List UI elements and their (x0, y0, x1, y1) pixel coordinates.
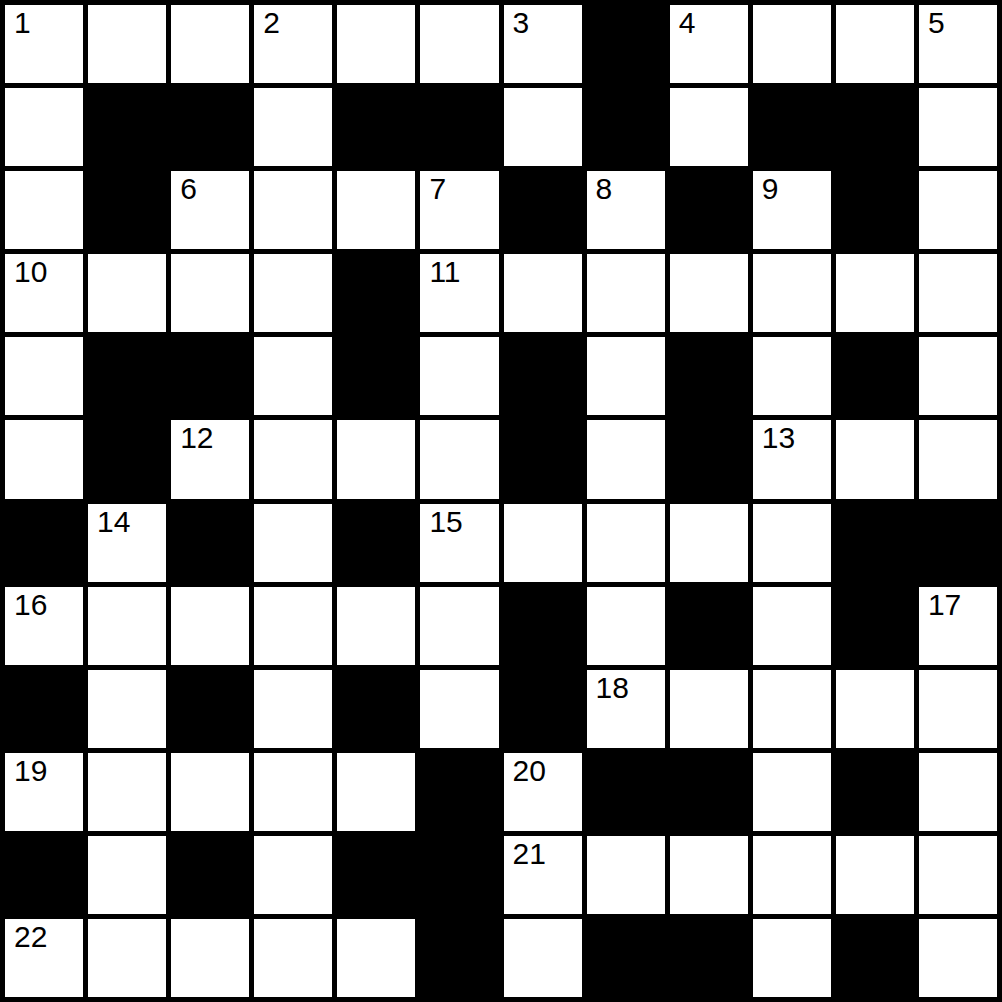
white-cell[interactable] (919, 88, 997, 166)
white-cell[interactable] (337, 919, 415, 997)
clue-number: 4 (679, 7, 696, 39)
black-cell (753, 88, 831, 166)
black-cell (337, 254, 415, 332)
white-cell[interactable] (504, 504, 582, 582)
black-cell (5, 670, 83, 748)
black-cell (670, 587, 748, 665)
white-cell[interactable]: 20 (504, 753, 582, 831)
crossword-grid: 12345678910111213141516171819202122 (0, 0, 1002, 1002)
black-cell (670, 753, 748, 831)
white-cell[interactable] (420, 5, 498, 83)
black-cell (836, 88, 914, 166)
white-cell[interactable] (836, 836, 914, 914)
black-cell (171, 670, 249, 748)
clue-number: 14 (97, 506, 130, 538)
black-cell (670, 919, 748, 997)
black-cell (171, 337, 249, 415)
white-cell[interactable] (88, 254, 166, 332)
black-cell (504, 670, 582, 748)
white-cell[interactable] (836, 254, 914, 332)
clue-number: 12 (180, 422, 213, 454)
white-cell[interactable] (587, 504, 665, 582)
white-cell[interactable] (254, 919, 332, 997)
white-cell[interactable] (254, 587, 332, 665)
white-cell[interactable] (88, 670, 166, 748)
white-cell[interactable] (171, 753, 249, 831)
white-cell[interactable] (88, 836, 166, 914)
clue-number: 19 (14, 755, 47, 787)
white-cell[interactable]: 2 (254, 5, 332, 83)
clue-number: 15 (429, 506, 462, 538)
white-cell[interactable] (254, 753, 332, 831)
white-cell[interactable] (171, 254, 249, 332)
white-cell[interactable] (836, 5, 914, 83)
clue-number: 7 (429, 173, 446, 205)
white-cell[interactable]: 18 (587, 670, 665, 748)
clue-number: 5 (928, 7, 945, 39)
white-cell[interactable] (420, 670, 498, 748)
white-cell[interactable] (88, 919, 166, 997)
white-cell[interactable] (337, 171, 415, 249)
black-cell (670, 420, 748, 498)
black-cell (337, 337, 415, 415)
white-cell[interactable] (171, 919, 249, 997)
white-cell[interactable] (587, 254, 665, 332)
white-cell[interactable] (753, 5, 831, 83)
white-cell[interactable] (254, 171, 332, 249)
white-cell[interactable] (171, 5, 249, 83)
white-cell[interactable] (587, 337, 665, 415)
white-cell[interactable] (587, 587, 665, 665)
black-cell (171, 88, 249, 166)
white-cell[interactable]: 11 (420, 254, 498, 332)
white-cell[interactable]: 9 (753, 171, 831, 249)
clue-number: 1 (14, 7, 31, 39)
black-cell (919, 504, 997, 582)
black-cell (420, 919, 498, 997)
white-cell[interactable] (753, 254, 831, 332)
white-cell[interactable] (919, 171, 997, 249)
white-cell[interactable] (753, 670, 831, 748)
clue-number: 6 (180, 173, 197, 205)
white-cell[interactable] (337, 420, 415, 498)
black-cell (171, 504, 249, 582)
white-cell[interactable] (254, 88, 332, 166)
white-cell[interactable]: 3 (504, 5, 582, 83)
black-cell (587, 753, 665, 831)
white-cell[interactable] (670, 670, 748, 748)
white-cell[interactable] (5, 88, 83, 166)
white-cell[interactable] (504, 919, 582, 997)
black-cell (88, 171, 166, 249)
clue-number: 17 (928, 589, 961, 621)
white-cell[interactable]: 6 (171, 171, 249, 249)
white-cell[interactable] (337, 753, 415, 831)
clue-number: 11 (429, 256, 460, 288)
white-cell[interactable] (254, 836, 332, 914)
clue-number: 20 (513, 755, 546, 787)
black-cell (836, 587, 914, 665)
black-cell (836, 337, 914, 415)
black-cell (587, 88, 665, 166)
white-cell[interactable]: 1 (5, 5, 83, 83)
black-cell (337, 504, 415, 582)
white-cell[interactable]: 5 (919, 5, 997, 83)
white-cell[interactable] (919, 836, 997, 914)
white-cell[interactable] (420, 337, 498, 415)
white-cell[interactable] (587, 836, 665, 914)
white-cell[interactable] (171, 587, 249, 665)
clue-number: 8 (596, 173, 613, 205)
white-cell[interactable] (753, 587, 831, 665)
white-cell[interactable] (670, 836, 748, 914)
white-cell[interactable] (919, 670, 997, 748)
white-cell[interactable]: 22 (5, 919, 83, 997)
black-cell (337, 836, 415, 914)
white-cell[interactable] (919, 753, 997, 831)
white-cell[interactable] (5, 337, 83, 415)
white-cell[interactable] (753, 337, 831, 415)
black-cell (420, 753, 498, 831)
white-cell[interactable]: 10 (5, 254, 83, 332)
white-cell[interactable]: 12 (171, 420, 249, 498)
black-cell (587, 919, 665, 997)
black-cell (171, 836, 249, 914)
white-cell[interactable] (919, 919, 997, 997)
white-cell[interactable]: 21 (504, 836, 582, 914)
white-cell[interactable] (587, 420, 665, 498)
black-cell (587, 5, 665, 83)
white-cell[interactable] (753, 504, 831, 582)
white-cell[interactable] (254, 254, 332, 332)
clue-number: 13 (762, 422, 795, 454)
white-cell[interactable]: 8 (587, 171, 665, 249)
white-cell[interactable] (753, 919, 831, 997)
clue-number: 16 (14, 589, 47, 621)
clue-number: 9 (762, 173, 779, 205)
black-cell (836, 504, 914, 582)
white-cell[interactable] (254, 504, 332, 582)
black-cell (836, 919, 914, 997)
white-cell[interactable]: 19 (5, 753, 83, 831)
clue-number: 2 (263, 7, 280, 39)
white-cell[interactable] (254, 337, 332, 415)
black-cell (5, 836, 83, 914)
white-cell[interactable]: 17 (919, 587, 997, 665)
white-cell[interactable] (504, 254, 582, 332)
black-cell (504, 420, 582, 498)
white-cell[interactable] (337, 587, 415, 665)
clue-number: 10 (14, 256, 47, 288)
white-cell[interactable] (420, 420, 498, 498)
black-cell (88, 420, 166, 498)
black-cell (88, 337, 166, 415)
black-cell (420, 88, 498, 166)
white-cell[interactable] (88, 5, 166, 83)
black-cell (337, 88, 415, 166)
black-cell (836, 753, 914, 831)
white-cell[interactable] (88, 753, 166, 831)
white-cell[interactable] (919, 337, 997, 415)
white-cell[interactable]: 16 (5, 587, 83, 665)
white-cell[interactable] (504, 88, 582, 166)
white-cell[interactable] (420, 587, 498, 665)
white-cell[interactable] (670, 254, 748, 332)
black-cell (504, 587, 582, 665)
black-cell (337, 670, 415, 748)
black-cell (670, 171, 748, 249)
black-cell (5, 504, 83, 582)
black-cell (836, 171, 914, 249)
white-cell[interactable] (753, 836, 831, 914)
white-cell[interactable]: 7 (420, 171, 498, 249)
clue-number: 3 (513, 7, 530, 39)
white-cell[interactable] (5, 171, 83, 249)
white-cell[interactable]: 4 (670, 5, 748, 83)
white-cell[interactable]: 15 (420, 504, 498, 582)
clue-number: 18 (596, 672, 629, 704)
white-cell[interactable]: 14 (88, 504, 166, 582)
clue-number: 22 (14, 921, 47, 953)
white-cell[interactable] (254, 420, 332, 498)
white-cell[interactable] (670, 88, 748, 166)
clue-number: 21 (513, 838, 546, 870)
white-cell[interactable] (670, 504, 748, 582)
white-cell[interactable] (919, 254, 997, 332)
white-cell[interactable] (753, 753, 831, 831)
black-cell (670, 337, 748, 415)
white-cell[interactable]: 13 (753, 420, 831, 498)
black-cell (420, 836, 498, 914)
white-cell[interactable] (337, 5, 415, 83)
white-cell[interactable] (88, 587, 166, 665)
black-cell (504, 171, 582, 249)
black-cell (88, 88, 166, 166)
white-cell[interactable] (836, 420, 914, 498)
white-cell[interactable] (919, 420, 997, 498)
white-cell[interactable] (836, 670, 914, 748)
white-cell[interactable] (254, 670, 332, 748)
white-cell[interactable] (5, 420, 83, 498)
black-cell (504, 337, 582, 415)
